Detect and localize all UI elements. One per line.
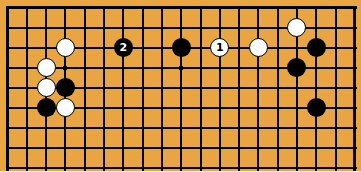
intersection: [326, 118, 345, 138]
intersection: [36, 98, 55, 118]
intersection: [75, 78, 94, 98]
intersection: [152, 58, 171, 78]
intersection: [0, 78, 17, 98]
intersection: [345, 78, 361, 98]
intersection: [133, 0, 152, 18]
intersection: [152, 138, 171, 158]
intersection: [345, 38, 361, 58]
intersection: [172, 158, 191, 172]
intersection: [249, 38, 268, 58]
intersection: [287, 18, 306, 38]
intersection: [94, 18, 113, 38]
intersection: [94, 138, 113, 158]
black-stone: [307, 98, 326, 117]
intersection: [249, 138, 268, 158]
intersection: [287, 118, 306, 138]
intersection: [345, 138, 361, 158]
intersection: [56, 138, 75, 158]
intersection: [307, 58, 326, 78]
intersection: [133, 98, 152, 118]
intersection: [75, 18, 94, 38]
intersection: [152, 38, 171, 58]
intersection: [114, 58, 133, 78]
intersection: [326, 78, 345, 98]
intersection: [287, 78, 306, 98]
intersection: [191, 118, 210, 138]
intersection: [75, 138, 94, 158]
intersection: [307, 98, 326, 118]
intersection: [152, 158, 171, 172]
intersection: [191, 78, 210, 98]
intersection: [0, 0, 17, 18]
white-stone: [37, 78, 56, 97]
intersection: [114, 98, 133, 118]
intersection: [268, 38, 287, 58]
intersection: [210, 78, 229, 98]
star-point: [63, 66, 67, 70]
intersection: [345, 0, 361, 18]
intersection: [191, 0, 210, 18]
intersection: [307, 0, 326, 18]
intersection: [345, 118, 361, 138]
intersection: [249, 0, 268, 18]
intersection: [0, 58, 17, 78]
intersection: [268, 118, 287, 138]
intersection: [114, 18, 133, 38]
intersection: [249, 98, 268, 118]
intersection: [249, 58, 268, 78]
intersection: [307, 158, 326, 172]
intersection: [210, 0, 229, 18]
intersection: [75, 0, 94, 18]
intersection: [268, 98, 287, 118]
intersection: [75, 98, 94, 118]
intersection: [56, 158, 75, 172]
intersection: [326, 158, 345, 172]
intersection: [326, 138, 345, 158]
intersection: [191, 18, 210, 38]
intersection: [172, 38, 191, 58]
intersection: [94, 38, 113, 58]
intersection: [172, 138, 191, 158]
white-stone: [37, 58, 56, 77]
intersection: [56, 38, 75, 58]
intersection: [133, 18, 152, 38]
intersection: [152, 98, 171, 118]
intersection: [17, 18, 36, 38]
intersection: [229, 0, 248, 18]
intersection: [229, 98, 248, 118]
intersection: [326, 0, 345, 18]
intersection: [56, 18, 75, 38]
intersection: [287, 0, 306, 18]
intersection: [287, 98, 306, 118]
intersection: [210, 18, 229, 38]
intersection: [0, 158, 17, 172]
intersection: [56, 78, 75, 98]
intersection: [114, 0, 133, 18]
intersection: [249, 158, 268, 172]
intersection: [326, 38, 345, 58]
intersection: [249, 78, 268, 98]
intersection: [133, 118, 152, 138]
intersection: [172, 58, 191, 78]
black-stone: [37, 98, 56, 117]
intersection: [152, 0, 171, 18]
intersection: [94, 78, 113, 98]
intersection: [17, 58, 36, 78]
intersection: [133, 38, 152, 58]
intersection: [210, 58, 229, 78]
intersection: [36, 0, 55, 18]
intersection: [229, 38, 248, 58]
intersection: [36, 78, 55, 98]
intersections-grid: 21: [0, 0, 361, 171]
intersection: [94, 98, 113, 118]
intersection: [210, 138, 229, 158]
intersection: [75, 58, 94, 78]
intersection: [75, 38, 94, 58]
black-stone: [287, 58, 306, 77]
intersection: [152, 118, 171, 138]
intersection: [114, 118, 133, 138]
intersection: [133, 138, 152, 158]
intersection: [114, 158, 133, 172]
intersection: [307, 138, 326, 158]
intersection: [0, 118, 17, 138]
move-2-stone: 2: [114, 38, 133, 57]
intersection: [191, 38, 210, 58]
intersection: [172, 118, 191, 138]
intersection: [17, 0, 36, 18]
intersection: [94, 58, 113, 78]
intersection: [172, 0, 191, 18]
intersection: [0, 98, 17, 118]
intersection: [36, 38, 55, 58]
intersection: [345, 158, 361, 172]
intersection: [229, 18, 248, 38]
star-point: [179, 66, 183, 70]
intersection: [345, 98, 361, 118]
intersection: [268, 78, 287, 98]
intersection: [17, 158, 36, 172]
intersection: [249, 118, 268, 138]
intersection: [94, 118, 113, 138]
intersection: [114, 138, 133, 158]
intersection: [268, 158, 287, 172]
intersection: [17, 98, 36, 118]
intersection: [36, 58, 55, 78]
intersection: [36, 138, 55, 158]
white-stone: [249, 38, 268, 57]
intersection: [114, 78, 133, 98]
intersection: [307, 38, 326, 58]
intersection: [94, 158, 113, 172]
intersection: [229, 58, 248, 78]
intersection: 1: [210, 38, 229, 58]
intersection: [210, 158, 229, 172]
intersection: [0, 38, 17, 58]
intersection: [326, 18, 345, 38]
intersection: [56, 98, 75, 118]
intersection: [152, 78, 171, 98]
intersection: [191, 158, 210, 172]
intersection: [75, 118, 94, 138]
move-1-stone: 1: [210, 38, 229, 57]
intersection: [36, 158, 55, 172]
intersection: [210, 118, 229, 138]
intersection: [268, 18, 287, 38]
intersection: [268, 138, 287, 158]
intersection: [36, 118, 55, 138]
intersection: [172, 78, 191, 98]
intersection: [345, 18, 361, 38]
white-stone: [287, 18, 306, 37]
intersection: [287, 138, 306, 158]
intersection: [56, 118, 75, 138]
intersection: 2: [114, 38, 133, 58]
intersection: [326, 98, 345, 118]
black-stone: [56, 78, 75, 97]
intersection: [191, 58, 210, 78]
intersection: [75, 158, 94, 172]
intersection: [133, 58, 152, 78]
intersection: [17, 118, 36, 138]
intersection: [326, 58, 345, 78]
intersection: [172, 18, 191, 38]
intersection: [249, 18, 268, 38]
intersection: [307, 78, 326, 98]
intersection: [94, 0, 113, 18]
intersection: [229, 78, 248, 98]
intersection: [268, 0, 287, 18]
intersection: [307, 18, 326, 38]
intersection: [17, 38, 36, 58]
intersection: [287, 58, 306, 78]
black-stone: [307, 38, 326, 57]
intersection: [268, 58, 287, 78]
intersection: [191, 138, 210, 158]
intersection: [307, 118, 326, 138]
intersection: [287, 38, 306, 58]
white-stone: [56, 98, 75, 117]
intersection: [17, 138, 36, 158]
intersection: [152, 18, 171, 38]
black-stone: [172, 38, 191, 57]
intersection: [133, 78, 152, 98]
intersection: [56, 58, 75, 78]
intersection: [345, 58, 361, 78]
intersection: [210, 98, 229, 118]
intersection: [133, 158, 152, 172]
intersection: [36, 18, 55, 38]
intersection: [0, 138, 17, 158]
intersection: [56, 0, 75, 18]
intersection: [229, 158, 248, 172]
go-board: 21: [0, 0, 361, 171]
intersection: [17, 78, 36, 98]
white-stone: [56, 38, 75, 57]
intersection: [0, 18, 17, 38]
intersection: [229, 118, 248, 138]
intersection: [191, 98, 210, 118]
intersection: [172, 98, 191, 118]
intersection: [287, 158, 306, 172]
intersection: [229, 138, 248, 158]
